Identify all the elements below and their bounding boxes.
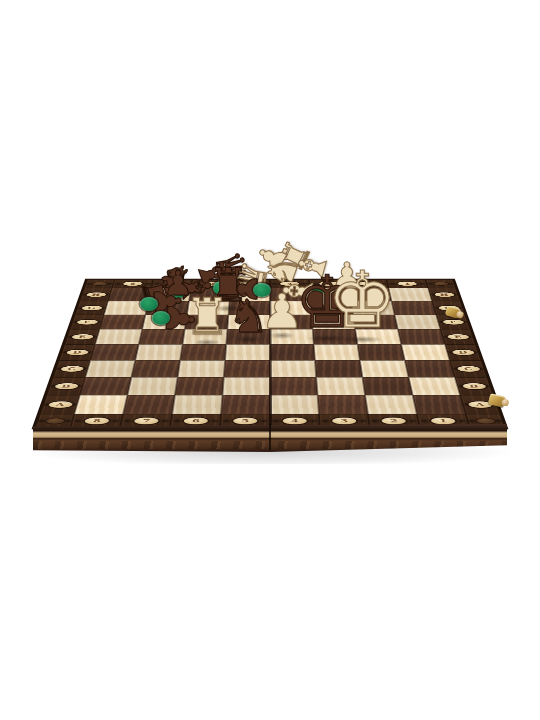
board-square <box>127 377 177 395</box>
border-corner <box>35 414 74 428</box>
board-square <box>312 315 356 329</box>
board-square <box>145 301 189 315</box>
coordinate-cell: 3 <box>309 279 349 288</box>
board-square <box>131 360 180 377</box>
board-square <box>123 395 175 414</box>
border-corner <box>425 279 455 288</box>
board-square <box>355 329 401 344</box>
light-rook-lying: ♜ <box>273 235 317 277</box>
corner-medallion <box>475 418 494 423</box>
coordinate-cell: H <box>428 288 460 301</box>
board-square <box>270 395 319 414</box>
board-square <box>353 315 398 329</box>
coordinate-medallion: G <box>81 306 102 311</box>
coordinate-cell: D <box>445 344 481 360</box>
board-square <box>315 360 362 377</box>
coordinate-medallion: 4 <box>283 418 307 425</box>
coordinate-cell: B <box>455 377 494 395</box>
board-square <box>221 395 270 414</box>
board-square <box>270 329 314 344</box>
board-square <box>85 360 135 377</box>
coordinate-cell: C <box>450 360 487 377</box>
coordinate-cell: H <box>80 288 112 301</box>
coordinate-medallion: 3 <box>332 418 357 425</box>
coordinate-medallion: 2 <box>381 418 406 425</box>
coordinate-medallion: B <box>462 383 486 389</box>
coordinate-medallion: D <box>66 350 89 355</box>
coordinate-medallion: B <box>54 383 78 389</box>
board-square <box>392 301 437 315</box>
coordinate-medallion: H <box>434 292 455 296</box>
coordinate-cell: C <box>53 360 90 377</box>
coordinate-medallion: 2 <box>358 282 378 286</box>
board-square <box>95 329 142 344</box>
coordinate-medallion: A <box>47 401 72 407</box>
board-square <box>318 395 368 414</box>
board-square <box>270 288 311 301</box>
coordinate-medallion: E <box>71 334 93 339</box>
coordinate-cell: 5 <box>230 279 270 288</box>
board-square <box>357 344 404 360</box>
coordinate-cell: E <box>440 329 475 344</box>
coordinate-cell: 1 <box>387 279 428 288</box>
board-square <box>270 315 313 329</box>
coordinate-medallion: 8 <box>84 418 110 425</box>
board-square <box>229 288 270 301</box>
board-square <box>183 329 228 344</box>
board-square <box>185 315 229 329</box>
board-square <box>270 377 318 395</box>
board-square <box>228 301 270 315</box>
board-square <box>360 360 409 377</box>
board-square <box>310 288 351 301</box>
corner-medallion <box>92 282 107 285</box>
board-square <box>270 344 315 360</box>
board-square <box>135 344 182 360</box>
coordinate-cell: 6 <box>191 279 231 288</box>
light-pawn-lying: ♟ <box>249 236 294 279</box>
coordinate-cell: D <box>59 344 95 360</box>
board-square <box>405 360 455 377</box>
clasp-knob-icon <box>501 398 509 406</box>
coordinate-medallion: 6 <box>202 282 221 286</box>
board-square <box>270 301 312 315</box>
coordinate-medallion: 5 <box>241 282 260 286</box>
board-square <box>227 315 270 329</box>
product-photo-stage: 87654321HHGGFFEEDDCCBBAA87654321 ♜♞♝♛♟♝♟… <box>0 0 540 720</box>
board-square <box>413 395 466 414</box>
fold-seam <box>269 279 272 428</box>
corner-medallion <box>45 418 64 423</box>
coordinate-cell: 8 <box>112 279 153 288</box>
coordinate-medallion: 8 <box>123 282 143 286</box>
board-square <box>104 301 149 315</box>
board-square <box>222 377 270 395</box>
border-corner <box>84 279 114 288</box>
board-square <box>225 344 270 360</box>
coordinate-medallion: E <box>447 334 469 339</box>
coordinate-medallion: C <box>60 366 84 372</box>
board-square <box>351 301 395 315</box>
board-square <box>187 301 230 315</box>
coordinate-medallion: 3 <box>319 282 338 286</box>
coordinate-medallion: 5 <box>233 418 257 425</box>
coordinate-medallion: F <box>76 320 98 325</box>
board-square <box>189 288 230 301</box>
board-perspective-wrapper: 87654321HHGGFFEEDDCCBBAA87654321 <box>35 279 505 428</box>
coordinate-medallion: H <box>86 292 107 296</box>
coordinate-medallion: D <box>451 350 474 355</box>
coordinate-cell: 2 <box>348 279 389 288</box>
coordinate-cell: G <box>75 301 108 315</box>
board-square <box>398 329 445 344</box>
board-square <box>314 344 360 360</box>
board-square <box>362 377 412 395</box>
coordinate-cell: F <box>70 315 104 329</box>
coordinate-medallion: 1 <box>430 418 456 425</box>
board-square <box>389 288 432 301</box>
coordinate-medallion: 6 <box>183 418 208 425</box>
coordinate-medallion: 1 <box>397 282 417 286</box>
board-square <box>224 360 270 377</box>
board-square <box>409 377 461 395</box>
board-square <box>139 329 185 344</box>
coordinate-medallion: C <box>456 366 480 372</box>
board-square <box>311 301 354 315</box>
board-square <box>178 360 225 377</box>
corner-medallion <box>433 282 448 285</box>
board-square <box>226 329 270 344</box>
front-face-seam <box>269 424 271 450</box>
board-square <box>142 315 187 329</box>
board-square <box>74 395 127 414</box>
board-square <box>365 395 417 414</box>
coordinate-cell: 7 <box>151 279 192 288</box>
board-square <box>270 360 316 377</box>
coordinate-cell: E <box>64 329 99 344</box>
board-square <box>175 377 224 395</box>
coordinate-medallion: 7 <box>134 418 159 425</box>
board-square <box>349 288 391 301</box>
board-square <box>316 377 365 395</box>
coordinate-cell: 4 <box>270 279 310 288</box>
coordinate-medallion: 4 <box>280 282 299 286</box>
board-square <box>313 329 358 344</box>
board-square <box>395 315 441 329</box>
board-square <box>90 344 139 360</box>
coordinate-medallion: F <box>442 320 464 325</box>
board-square <box>401 344 450 360</box>
board-square <box>100 315 146 329</box>
board-square <box>108 288 151 301</box>
board-square <box>80 377 132 395</box>
coordinate-medallion: 7 <box>162 282 182 286</box>
board-square <box>148 288 190 301</box>
board-square <box>172 395 222 414</box>
board-square <box>180 344 226 360</box>
